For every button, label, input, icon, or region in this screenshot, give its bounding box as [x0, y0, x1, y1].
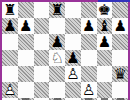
- square-f6: [81, 34, 97, 50]
- square-e4: ♟♙: [65, 66, 81, 82]
- black-rook: ♜: [49, 2, 65, 18]
- square-g7: ♝: [97, 18, 113, 34]
- square-e5: ♟: [65, 50, 81, 66]
- square-g6: ♟: [97, 34, 113, 50]
- white-pawn: ♟♙: [65, 66, 81, 82]
- black-pawn: ♟: [2, 18, 18, 34]
- square-e2: [65, 98, 81, 100]
- square-c4: [34, 66, 50, 82]
- square-c6: [34, 34, 50, 50]
- square-d4: [49, 66, 65, 82]
- top-edge-blue-line: [98, 0, 130, 2]
- white-pawn: ♟♙: [81, 82, 97, 98]
- square-b7: ♟: [18, 18, 34, 34]
- black-pawn: ♟: [81, 18, 97, 34]
- square-f7: ♟: [81, 18, 97, 34]
- square-d3: [49, 82, 65, 98]
- square-g5: [97, 50, 113, 66]
- square-b8: [18, 2, 34, 18]
- square-d5: ♞♘: [49, 50, 65, 66]
- square-d7: [49, 18, 65, 34]
- square-f3: ♟♙: [81, 82, 97, 98]
- square-f5: [81, 50, 97, 66]
- square-h3: [112, 82, 128, 98]
- square-h5: [112, 50, 128, 66]
- square-c8: [34, 2, 50, 18]
- white-pawn-outline: ♙: [81, 82, 97, 99]
- square-b4: [18, 66, 34, 82]
- square-e8: [65, 2, 81, 18]
- square-g3: [97, 82, 113, 98]
- square-b3: [18, 82, 34, 98]
- square-h7: ♟: [112, 18, 128, 34]
- square-h6: [112, 34, 128, 50]
- square-e6: [65, 34, 81, 50]
- black-bishop: ♝: [97, 18, 113, 34]
- black-king: ♚: [97, 2, 113, 18]
- cropped-piece-top-g2: [101, 98, 108, 100]
- square-b5: [18, 50, 34, 66]
- square-a5: [2, 50, 18, 66]
- black-pawn: ♟: [112, 18, 128, 34]
- cropped-piece-top-d2: [54, 98, 61, 100]
- square-a2: [2, 98, 18, 100]
- square-a6: [2, 34, 18, 50]
- white-knight-outline: ♘: [49, 50, 65, 67]
- black-pawn: ♟: [49, 34, 65, 50]
- square-h8: [112, 2, 128, 18]
- square-e3: [65, 82, 81, 98]
- cropped-piece-top-b2: [22, 98, 29, 100]
- square-f4: [81, 66, 97, 82]
- square-a7: ♟: [2, 18, 18, 34]
- chess-diagram-image[interactable]: ♜♜♚♟♟♟♝♟♟♟♞♘♟♟♙♛♟♙♟♙: [0, 0, 130, 100]
- square-c2: [34, 98, 50, 100]
- square-a3: ♟♙: [2, 82, 18, 98]
- square-c7: [34, 18, 50, 34]
- black-queen: ♛: [112, 66, 128, 82]
- square-e7: [65, 18, 81, 34]
- white-knight: ♞♘: [49, 50, 65, 66]
- chess-board: ♜♜♚♟♟♟♝♟♟♟♞♘♟♟♙♛♟♙♟♙: [2, 2, 128, 100]
- black-pawn: ♟: [65, 50, 81, 66]
- black-pawn: ♟: [97, 34, 113, 50]
- cropped-piece-top-f2: [85, 98, 92, 100]
- square-g8: ♚: [97, 2, 113, 18]
- black-pawn: ♟: [18, 18, 34, 34]
- square-a8: ♜: [2, 2, 18, 18]
- cropped-piece-top-h2: [117, 98, 124, 100]
- square-b6: [18, 34, 34, 50]
- white-pawn-outline: ♙: [2, 82, 18, 99]
- square-g4: [97, 66, 113, 82]
- square-h4: ♛: [112, 66, 128, 82]
- square-f8: [81, 2, 97, 18]
- white-pawn-outline: ♙: [65, 66, 81, 83]
- square-c5: [34, 50, 50, 66]
- white-pawn: ♟♙: [2, 82, 18, 98]
- square-d6: ♟: [49, 34, 65, 50]
- black-rook: ♜: [2, 2, 18, 18]
- square-a4: [2, 66, 18, 82]
- square-d8: ♜: [49, 2, 65, 18]
- square-c3: [34, 82, 50, 98]
